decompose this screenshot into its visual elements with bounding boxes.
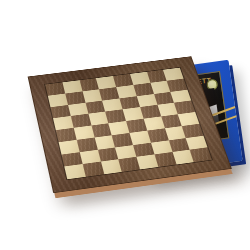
chessboard-grid [45,68,212,180]
product-photo: SCHACHBRETT [0,0,250,250]
square-h1 [190,147,212,162]
